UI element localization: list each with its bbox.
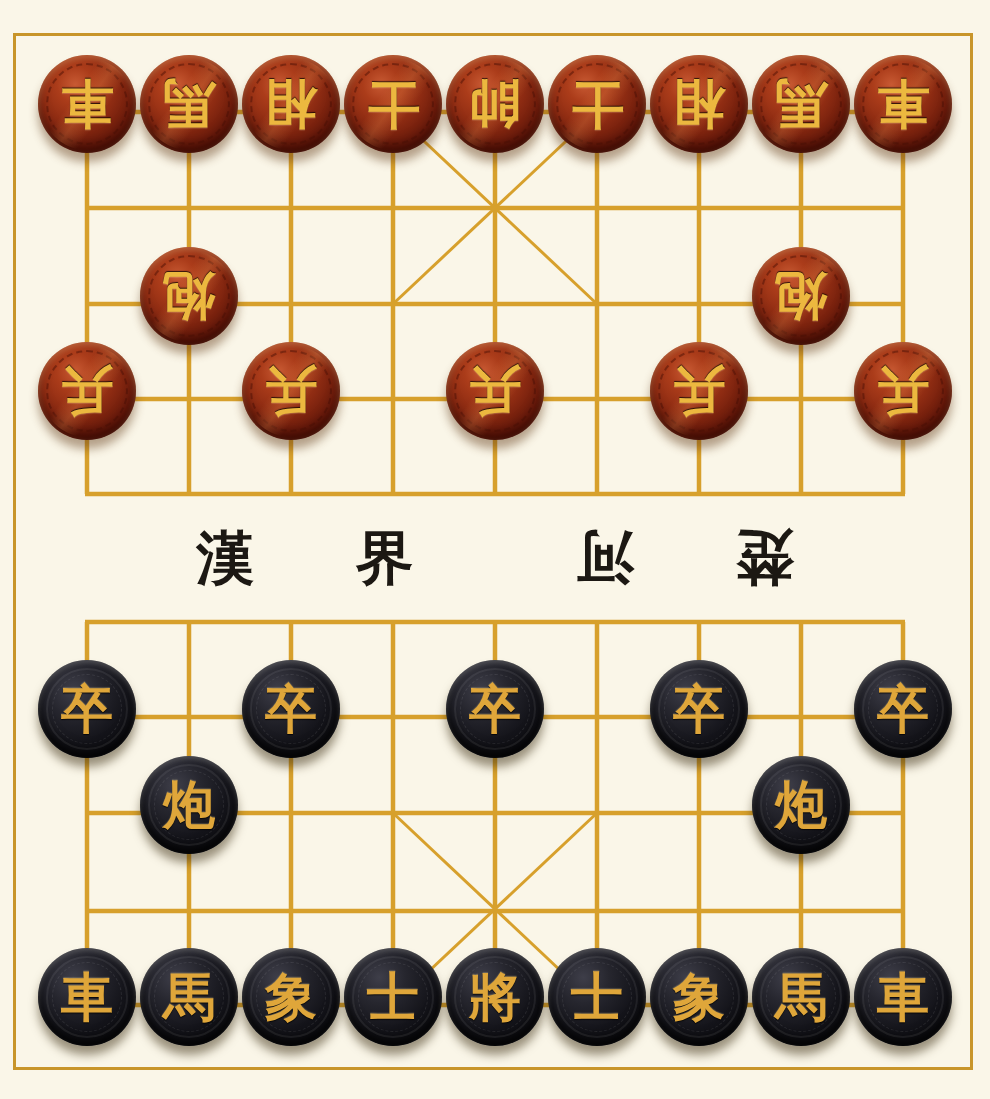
piece-black-advisor[interactable]: 士 xyxy=(344,948,442,1046)
piece-glyph: 卒 xyxy=(877,683,929,735)
piece-red-advisor[interactable]: 士 xyxy=(548,55,646,153)
piece-glyph: 馬 xyxy=(775,78,827,130)
piece-glyph: 炮 xyxy=(163,779,215,831)
piece-glyph: 士 xyxy=(367,78,419,130)
piece-red-general[interactable]: 帥 xyxy=(446,55,544,153)
piece-red-elephant[interactable]: 相 xyxy=(650,55,748,153)
piece-glyph: 車 xyxy=(61,78,113,130)
piece-glyph: 馬 xyxy=(163,78,215,130)
piece-glyph: 象 xyxy=(673,971,725,1023)
piece-red-soldier[interactable]: 兵 xyxy=(38,342,136,440)
piece-glyph: 馬 xyxy=(163,971,215,1023)
piece-glyph: 士 xyxy=(367,971,419,1023)
piece-glyph: 車 xyxy=(877,971,929,1023)
piece-glyph: 卒 xyxy=(265,683,317,735)
river-character: 河 xyxy=(576,529,634,587)
piece-glyph: 車 xyxy=(877,78,929,130)
piece-black-elephant[interactable]: 象 xyxy=(650,948,748,1046)
piece-red-soldier[interactable]: 兵 xyxy=(242,342,340,440)
piece-black-cannon[interactable]: 炮 xyxy=(752,756,850,854)
piece-glyph: 炮 xyxy=(775,270,827,322)
piece-black-chariot[interactable]: 車 xyxy=(38,948,136,1046)
piece-black-horse[interactable]: 馬 xyxy=(752,948,850,1046)
piece-glyph: 炮 xyxy=(775,779,827,831)
piece-black-chariot[interactable]: 車 xyxy=(854,948,952,1046)
piece-glyph: 士 xyxy=(571,78,623,130)
piece-red-cannon[interactable]: 炮 xyxy=(752,247,850,345)
piece-red-soldier[interactable]: 兵 xyxy=(854,342,952,440)
piece-glyph: 帥 xyxy=(469,78,521,130)
piece-black-horse[interactable]: 馬 xyxy=(140,948,238,1046)
piece-glyph: 將 xyxy=(469,971,521,1023)
river-character: 楚 xyxy=(736,529,794,587)
piece-black-general[interactable]: 將 xyxy=(446,948,544,1046)
piece-glyph: 卒 xyxy=(61,683,113,735)
piece-glyph: 象 xyxy=(265,971,317,1023)
piece-glyph: 兵 xyxy=(61,365,113,417)
piece-glyph: 炮 xyxy=(163,270,215,322)
river-character: 界 xyxy=(356,529,414,587)
xiangqi-board: 漢界河楚 車馬相士帥士相馬車炮炮兵兵兵兵兵卒卒卒卒卒炮炮車馬象士將士象馬車 xyxy=(0,0,990,1099)
piece-red-soldier[interactable]: 兵 xyxy=(650,342,748,440)
piece-red-horse[interactable]: 馬 xyxy=(752,55,850,153)
piece-glyph: 兵 xyxy=(469,365,521,417)
piece-black-elephant[interactable]: 象 xyxy=(242,948,340,1046)
piece-black-soldier[interactable]: 卒 xyxy=(854,660,952,758)
river-character: 漢 xyxy=(196,529,254,587)
piece-red-chariot[interactable]: 車 xyxy=(38,55,136,153)
piece-glyph: 卒 xyxy=(469,683,521,735)
piece-glyph: 馬 xyxy=(775,971,827,1023)
piece-red-horse[interactable]: 馬 xyxy=(140,55,238,153)
piece-black-soldier[interactable]: 卒 xyxy=(446,660,544,758)
piece-glyph: 士 xyxy=(571,971,623,1023)
piece-red-elephant[interactable]: 相 xyxy=(242,55,340,153)
piece-red-cannon[interactable]: 炮 xyxy=(140,247,238,345)
piece-red-soldier[interactable]: 兵 xyxy=(446,342,544,440)
piece-glyph: 相 xyxy=(265,78,317,130)
piece-glyph: 車 xyxy=(61,971,113,1023)
piece-black-soldier[interactable]: 卒 xyxy=(38,660,136,758)
piece-glyph: 兵 xyxy=(877,365,929,417)
piece-glyph: 兵 xyxy=(265,365,317,417)
piece-black-soldier[interactable]: 卒 xyxy=(650,660,748,758)
board-grid-lines xyxy=(0,0,990,1099)
piece-glyph: 兵 xyxy=(673,365,725,417)
piece-glyph: 卒 xyxy=(673,683,725,735)
piece-red-advisor[interactable]: 士 xyxy=(344,55,442,153)
piece-red-chariot[interactable]: 車 xyxy=(854,55,952,153)
piece-black-soldier[interactable]: 卒 xyxy=(242,660,340,758)
piece-glyph: 相 xyxy=(673,78,725,130)
piece-black-cannon[interactable]: 炮 xyxy=(140,756,238,854)
piece-black-advisor[interactable]: 士 xyxy=(548,948,646,1046)
